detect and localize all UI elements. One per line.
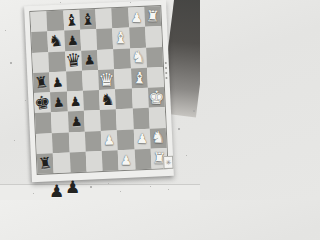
photo-dust-speck: [25, 100, 26, 101]
square-a7: [31, 32, 48, 53]
square-e3: [100, 109, 117, 130]
white-knight: ♞: [131, 50, 146, 66]
square-h6: [146, 47, 163, 68]
white-knight: ♞: [150, 130, 165, 147]
black-knight: ♞: [48, 33, 64, 51]
photo-dust-speck: [193, 110, 195, 112]
white-pawn: ♟: [130, 11, 142, 24]
square-g8: ♟: [128, 7, 145, 28]
square-d6: ♟: [81, 50, 98, 71]
table-surface-bottom: [0, 184, 200, 200]
white-bishop: ♝: [132, 70, 147, 86]
photo-dust-speck: [150, 186, 151, 187]
square-d2: [85, 130, 102, 151]
square-a4: ♚: [34, 92, 51, 113]
white-rook: ♜: [145, 9, 159, 25]
square-e5: ♛: [98, 69, 115, 90]
square-h8: ♜: [144, 6, 161, 27]
chess-board: ♝♝♟♜♞♟♝♛♟♞♜♟♛♝♚♟♟♞♚♟♟♟♞♜♟♜ ✳: [24, 0, 174, 182]
square-e2: ♟: [101, 130, 118, 151]
black-pawn: ♟: [52, 95, 65, 109]
square-f5: [114, 68, 131, 89]
square-c8: ♝: [63, 10, 80, 31]
square-f2: [117, 129, 134, 150]
photo-canvas: { "game": "chess", "scene": { "descripti…: [0, 0, 200, 200]
board-logo-stamp: ✳: [163, 156, 174, 169]
square-g6: ♞: [130, 47, 147, 68]
square-a6: [32, 52, 49, 73]
black-bishop: ♝: [64, 12, 80, 29]
photo-dust-speck: [14, 140, 15, 141]
square-a8: [30, 11, 47, 32]
square-a3: [35, 112, 52, 133]
square-e1: [102, 150, 119, 171]
board-squares: ♝♝♟♜♞♟♝♛♟♞♜♟♛♝♚♟♟♞♚♟♟♟♞♜♟♜: [30, 6, 167, 174]
square-c3: ♟: [67, 111, 84, 132]
photo-dust-speck: [178, 128, 180, 130]
photo-dust-speck: [90, 186, 92, 188]
black-queen: ♛: [64, 51, 82, 70]
square-h2: ♞: [149, 128, 166, 149]
logo-stamp-icon: ✳: [165, 158, 171, 166]
white-bishop: ♝: [114, 30, 128, 46]
white-queen: ♛: [98, 70, 115, 88]
photo-dust-speck: [60, 2, 61, 3]
photo-dust-speck: [10, 62, 12, 64]
square-d7: [80, 29, 97, 50]
square-f6: [113, 48, 130, 69]
square-h7: [145, 26, 162, 47]
square-a2: [36, 133, 53, 154]
square-d5: [82, 70, 99, 91]
black-knight: ♞: [100, 92, 115, 108]
square-b1: [53, 152, 70, 173]
square-c7: ♟: [64, 30, 81, 51]
white-pawn: ♟: [136, 132, 148, 145]
photo-dust-speck: [33, 193, 34, 194]
square-d3: [84, 110, 101, 131]
square-b7: ♞: [47, 31, 64, 52]
square-b4: ♟: [50, 91, 67, 112]
square-e6: [97, 49, 114, 70]
square-d8: ♝: [79, 9, 96, 30]
black-pawn: ♟: [70, 115, 83, 129]
square-a5: ♜: [33, 72, 50, 93]
square-g2: ♟: [133, 128, 150, 149]
black-pawn: ♟: [83, 53, 95, 67]
white-king: ♚: [148, 88, 165, 107]
square-e7: [96, 29, 113, 50]
square-g3: [132, 108, 149, 129]
square-f1: ♟: [118, 149, 135, 170]
black-pawn: ♟: [69, 95, 82, 109]
square-c1: [69, 151, 86, 172]
square-b2: [52, 132, 69, 153]
square-b8: [47, 11, 64, 32]
black-rook: ♜: [38, 155, 53, 172]
photo-dust-speck: [5, 30, 6, 31]
square-g4: [131, 88, 148, 109]
black-rook: ♜: [34, 74, 49, 91]
square-h3: [149, 107, 166, 128]
square-e4: ♞: [99, 89, 116, 110]
black-pawn: ♟: [51, 75, 64, 89]
square-b3: [51, 112, 68, 133]
square-c6: ♛: [65, 50, 82, 71]
square-f4: [115, 89, 132, 110]
black-pawn: ♟: [66, 34, 79, 48]
square-f3: [116, 109, 133, 130]
white-pawn: ♟: [121, 153, 133, 166]
photo-dust-speck: [130, 2, 131, 3]
photo-dust-speck: [168, 189, 169, 190]
photo-dust-speck: [108, 183, 109, 184]
square-c5: [66, 71, 83, 92]
black-king: ♚: [33, 93, 52, 113]
photo-dust-speck: [186, 155, 187, 156]
square-g7: [129, 27, 146, 48]
black-bishop: ♝: [80, 11, 95, 28]
white-pawn: ♟: [103, 134, 115, 147]
square-d1: [85, 151, 102, 172]
square-c2: [68, 131, 85, 152]
square-f7: ♝: [112, 28, 129, 49]
square-g5: ♝: [131, 68, 148, 89]
square-c4: ♟: [66, 91, 83, 112]
square-g1: [134, 148, 151, 169]
square-e8: [95, 8, 112, 29]
square-h5: [147, 67, 164, 88]
square-b5: ♟: [49, 71, 66, 92]
square-h4: ♚: [148, 87, 165, 108]
square-d4: [83, 90, 100, 111]
square-b6: [48, 51, 65, 72]
square-f8: [112, 8, 129, 29]
photo-dust-speck: [120, 191, 121, 192]
board-margin-print-marks: [164, 62, 169, 79]
square-a1: ♜: [37, 153, 54, 174]
